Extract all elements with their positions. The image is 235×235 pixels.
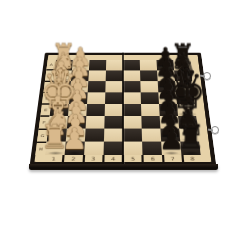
black-rook[interactable]: ♜ [167, 121, 215, 153]
latch-hook-icon [211, 126, 219, 134]
rank-label: 8 [183, 155, 201, 162]
chess-set-product-photo: 12345678 ABCDEFGH ♜♟♟♜♞♟♟♞♝♟♟♝♛♟♟♛♚♟♟♚♝♟… [0, 0, 235, 235]
white-pawn[interactable]: ♟ [51, 124, 99, 153]
square-e4[interactable] [105, 104, 123, 116]
latch-hook-icon [203, 72, 211, 80]
square-e5[interactable] [123, 104, 141, 116]
rank-label: 3 [84, 155, 102, 162]
rank-label: 5 [124, 155, 142, 162]
rank-label: 2 [64, 155, 82, 162]
board-front-edge [29, 164, 218, 170]
square-g5[interactable] [123, 129, 142, 142]
square-b4[interactable] [106, 70, 123, 81]
square-b5[interactable] [123, 70, 140, 81]
square-h4[interactable] [104, 142, 123, 156]
chess-board: 12345678 ABCDEFGH ♜♟♟♜♞♟♟♞♝♟♟♝♛♟♟♛♚♟♟♚♝♟… [30, 53, 217, 165]
square-f5[interactable] [123, 116, 142, 129]
square-h5[interactable] [123, 142, 142, 156]
rank-label: 1 [44, 155, 62, 162]
rank-label: 4 [104, 155, 122, 162]
rank-label: 7 [164, 155, 182, 162]
square-f4[interactable] [104, 116, 123, 129]
rank-label: 6 [144, 155, 162, 162]
square-g4[interactable] [104, 129, 123, 142]
